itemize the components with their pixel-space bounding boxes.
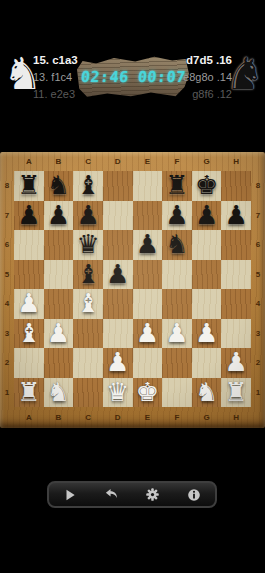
square-f3[interactable]: ♟ bbox=[162, 319, 192, 349]
coord-label: H bbox=[221, 152, 251, 171]
black-move-prev1: e8g8o .14 bbox=[158, 69, 232, 86]
white-king: ♚ bbox=[136, 378, 159, 407]
coord-label: A bbox=[14, 152, 44, 171]
square-b4[interactable] bbox=[44, 289, 74, 319]
square-h8[interactable] bbox=[221, 171, 251, 201]
square-b7[interactable]: ♟ bbox=[44, 201, 74, 231]
coord-label: 3 bbox=[251, 319, 265, 349]
square-g1[interactable]: ♞ bbox=[192, 378, 222, 408]
gear-icon bbox=[145, 487, 160, 502]
board-squares: ♜♞♝♜♚♟♟♟♟♟♟♛♟♞♝♟♟♝♝♟♟♟♟♟♟♜♞♛♚♞♜ bbox=[14, 171, 251, 407]
coord-label: 8 bbox=[251, 171, 265, 201]
square-c6[interactable]: ♛ bbox=[73, 230, 103, 260]
square-f4[interactable] bbox=[162, 289, 192, 319]
square-b1[interactable]: ♞ bbox=[44, 378, 74, 408]
square-g4[interactable] bbox=[192, 289, 222, 319]
black-rook: ♜ bbox=[165, 171, 188, 200]
square-a2[interactable] bbox=[14, 348, 44, 378]
file-labels-bottom: ABCDEFGH bbox=[14, 407, 251, 428]
square-g2[interactable] bbox=[192, 348, 222, 378]
black-knight: ♞ bbox=[47, 171, 70, 200]
square-e6[interactable]: ♟ bbox=[133, 230, 163, 260]
square-d1[interactable]: ♛ bbox=[103, 378, 133, 408]
square-h2[interactable]: ♟ bbox=[221, 348, 251, 378]
square-g5[interactable] bbox=[192, 260, 222, 290]
square-f2[interactable] bbox=[162, 348, 192, 378]
coord-label: A bbox=[14, 407, 44, 428]
square-h5[interactable] bbox=[221, 260, 251, 290]
coord-label: D bbox=[103, 407, 133, 428]
black-bishop: ♝ bbox=[76, 260, 99, 289]
square-c3[interactable] bbox=[73, 319, 103, 349]
square-g8[interactable]: ♚ bbox=[192, 171, 222, 201]
coord-label: B bbox=[44, 152, 74, 171]
square-g6[interactable] bbox=[192, 230, 222, 260]
square-b2[interactable] bbox=[44, 348, 74, 378]
rank-labels-left: 87654321 bbox=[0, 171, 14, 407]
coord-label: 5 bbox=[0, 260, 14, 290]
square-c4[interactable]: ♝ bbox=[73, 289, 103, 319]
coord-label: E bbox=[133, 152, 163, 171]
coord-label: E bbox=[133, 407, 163, 428]
square-e7[interactable] bbox=[133, 201, 163, 231]
coord-label: 7 bbox=[251, 201, 265, 231]
square-h4[interactable] bbox=[221, 289, 251, 319]
black-move-prev2: g8f6 .12 bbox=[158, 86, 232, 103]
black-pawn: ♟ bbox=[47, 201, 70, 230]
square-b6[interactable] bbox=[44, 230, 74, 260]
undo-button[interactable] bbox=[91, 483, 133, 506]
file-labels-top: ABCDEFGH bbox=[14, 152, 251, 171]
coord-label: 6 bbox=[0, 230, 14, 260]
white-rook: ♜ bbox=[225, 378, 248, 407]
white-pawn: ♟ bbox=[106, 348, 129, 377]
square-f8[interactable]: ♜ bbox=[162, 171, 192, 201]
square-e8[interactable] bbox=[133, 171, 163, 201]
square-h6[interactable] bbox=[221, 230, 251, 260]
coord-label: 4 bbox=[0, 289, 14, 319]
square-d7[interactable] bbox=[103, 201, 133, 231]
square-e3[interactable]: ♟ bbox=[133, 319, 163, 349]
square-a4[interactable]: ♟ bbox=[14, 289, 44, 319]
coord-label: G bbox=[192, 407, 222, 428]
black-queen: ♛ bbox=[76, 230, 99, 259]
square-h7[interactable]: ♟ bbox=[221, 201, 251, 231]
square-h1[interactable]: ♜ bbox=[221, 378, 251, 408]
square-d3[interactable] bbox=[103, 319, 133, 349]
square-a3[interactable]: ♝ bbox=[14, 319, 44, 349]
square-a5[interactable] bbox=[14, 260, 44, 290]
square-d5[interactable]: ♟ bbox=[103, 260, 133, 290]
coord-label: 8 bbox=[0, 171, 14, 201]
coord-label: 1 bbox=[0, 378, 14, 408]
coord-label: 4 bbox=[251, 289, 265, 319]
black-knight: ♞ bbox=[165, 230, 188, 259]
black-move-list: d7d5 .16 e8g8o .14 g8f6 .12 bbox=[158, 52, 232, 103]
square-e4[interactable] bbox=[133, 289, 163, 319]
square-f1[interactable] bbox=[162, 378, 192, 408]
black-pawn: ♟ bbox=[165, 201, 188, 230]
square-g3[interactable]: ♟ bbox=[192, 319, 222, 349]
info-button[interactable] bbox=[174, 483, 216, 506]
coord-label: D bbox=[103, 152, 133, 171]
square-e1[interactable]: ♚ bbox=[133, 378, 163, 408]
white-rook: ♜ bbox=[17, 378, 40, 407]
play-button[interactable] bbox=[49, 483, 91, 506]
black-pawn: ♟ bbox=[17, 201, 40, 230]
square-g7[interactable]: ♟ bbox=[192, 201, 222, 231]
square-c5[interactable]: ♝ bbox=[73, 260, 103, 290]
white-pawn: ♟ bbox=[47, 319, 70, 348]
black-rook: ♜ bbox=[17, 171, 40, 200]
white-bishop: ♝ bbox=[76, 289, 99, 318]
coord-label: B bbox=[44, 407, 74, 428]
square-f5[interactable] bbox=[162, 260, 192, 290]
coord-label: F bbox=[162, 152, 192, 171]
rank-labels-right: 87654321 bbox=[251, 171, 265, 407]
square-c7[interactable]: ♟ bbox=[73, 201, 103, 231]
square-e5[interactable] bbox=[133, 260, 163, 290]
square-a6[interactable] bbox=[14, 230, 44, 260]
square-d4[interactable] bbox=[103, 289, 133, 319]
square-b5[interactable] bbox=[44, 260, 74, 290]
toolbar bbox=[47, 481, 217, 508]
black-pawn: ♟ bbox=[195, 201, 218, 230]
black-pawn: ♟ bbox=[76, 201, 99, 230]
info-icon bbox=[187, 488, 201, 502]
play-icon bbox=[63, 488, 77, 502]
black-pawn: ♟ bbox=[136, 230, 159, 259]
black-knight-icon: ♞ bbox=[225, 50, 264, 98]
white-bishop: ♝ bbox=[17, 319, 40, 348]
coord-label: C bbox=[73, 152, 103, 171]
coord-label: C bbox=[73, 407, 103, 428]
white-pawn: ♟ bbox=[136, 319, 159, 348]
white-queen: ♛ bbox=[106, 378, 129, 407]
coord-label: G bbox=[192, 152, 222, 171]
coord-label: 3 bbox=[0, 319, 14, 349]
coord-label: 2 bbox=[251, 348, 265, 378]
black-pawn: ♟ bbox=[225, 201, 248, 230]
square-f6[interactable]: ♞ bbox=[162, 230, 192, 260]
coord-label: 7 bbox=[0, 201, 14, 231]
white-pawn: ♟ bbox=[17, 289, 40, 318]
undo-icon bbox=[104, 487, 119, 502]
coord-label: H bbox=[221, 407, 251, 428]
square-f7[interactable]: ♟ bbox=[162, 201, 192, 231]
white-knight: ♞ bbox=[195, 378, 218, 407]
square-d6[interactable] bbox=[103, 230, 133, 260]
square-h3[interactable] bbox=[221, 319, 251, 349]
square-c2[interactable] bbox=[73, 348, 103, 378]
white-knight: ♞ bbox=[47, 378, 70, 407]
square-d8[interactable] bbox=[103, 171, 133, 201]
square-c8[interactable]: ♝ bbox=[73, 171, 103, 201]
black-pawn: ♟ bbox=[106, 260, 129, 289]
black-king: ♚ bbox=[195, 171, 218, 200]
coord-label: 1 bbox=[251, 378, 265, 408]
square-a1[interactable]: ♜ bbox=[14, 378, 44, 408]
settings-button[interactable] bbox=[132, 483, 174, 506]
square-a8[interactable]: ♜ bbox=[14, 171, 44, 201]
white-pawn: ♟ bbox=[165, 319, 188, 348]
coord-label: 5 bbox=[251, 260, 265, 290]
chess-board: ABCDEFGH ABCDEFGH 87654321 87654321 ♜♞♝♜… bbox=[0, 152, 265, 428]
coord-label: 6 bbox=[251, 230, 265, 260]
square-e2[interactable] bbox=[133, 348, 163, 378]
white-clock-time: 02:46 bbox=[80, 68, 129, 86]
square-a7[interactable]: ♟ bbox=[14, 201, 44, 231]
coord-label: 2 bbox=[0, 348, 14, 378]
square-d2[interactable]: ♟ bbox=[103, 348, 133, 378]
black-bishop: ♝ bbox=[76, 171, 99, 200]
white-pawn: ♟ bbox=[225, 348, 248, 377]
square-c1[interactable] bbox=[73, 378, 103, 408]
square-b3[interactable]: ♟ bbox=[44, 319, 74, 349]
square-b8[interactable]: ♞ bbox=[44, 171, 74, 201]
coord-label: F bbox=[162, 407, 192, 428]
black-move-latest: d7d5 .16 bbox=[158, 52, 232, 69]
chess-app-screen: ♞ 15. c1a3 13. f1c4 11. e2e3 02:46 00:07… bbox=[0, 0, 265, 573]
white-pawn: ♟ bbox=[195, 319, 218, 348]
